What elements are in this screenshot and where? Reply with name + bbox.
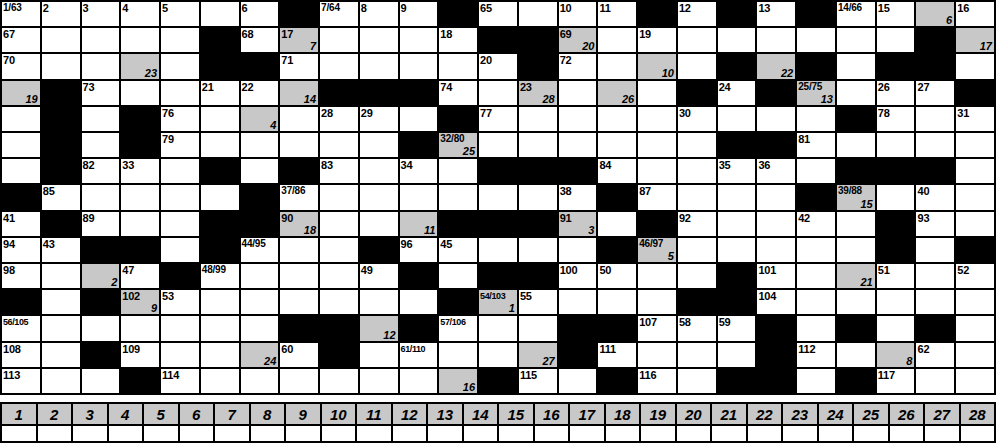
- white-cell[interactable]: 73: [82, 81, 120, 105]
- white-cell[interactable]: [320, 369, 358, 393]
- white-cell[interactable]: [598, 212, 636, 236]
- key-strip-answer-cell[interactable]: [854, 426, 888, 441]
- white-cell[interactable]: [718, 238, 756, 262]
- white-cell[interactable]: 21: [201, 81, 239, 105]
- key-strip-answer-cell[interactable]: [428, 426, 462, 441]
- white-cell[interactable]: [678, 159, 716, 183]
- white-cell[interactable]: [678, 133, 716, 157]
- white-cell[interactable]: 10: [559, 2, 597, 26]
- white-cell[interactable]: 48/99: [201, 264, 239, 288]
- white-cell[interactable]: 7/64: [320, 2, 358, 26]
- shaded-cell[interactable]: 1029: [121, 290, 159, 314]
- key-strip-answer-cell[interactable]: [890, 426, 924, 441]
- white-cell[interactable]: 115: [519, 369, 557, 393]
- white-cell[interactable]: [201, 343, 239, 367]
- white-cell[interactable]: [42, 54, 80, 78]
- white-cell[interactable]: [598, 133, 636, 157]
- white-cell[interactable]: [82, 133, 120, 157]
- white-cell[interactable]: [956, 159, 994, 183]
- white-cell[interactable]: [82, 54, 120, 78]
- white-cell[interactable]: [400, 107, 438, 131]
- white-cell[interactable]: 14/66: [837, 2, 875, 26]
- white-cell[interactable]: 81: [797, 133, 835, 157]
- white-cell[interactable]: 34: [400, 159, 438, 183]
- white-cell[interactable]: [837, 212, 875, 236]
- white-cell[interactable]: 104: [757, 290, 795, 314]
- white-cell[interactable]: [2, 159, 40, 183]
- white-cell[interactable]: [559, 369, 597, 393]
- shaded-cell[interactable]: 4: [241, 107, 279, 131]
- white-cell[interactable]: [877, 133, 915, 157]
- white-cell[interactable]: [718, 343, 756, 367]
- white-cell[interactable]: 72: [559, 54, 597, 78]
- white-cell[interactable]: [519, 133, 557, 157]
- key-strip-answer-cell[interactable]: [499, 426, 533, 441]
- white-cell[interactable]: [797, 290, 835, 314]
- white-cell[interactable]: [161, 212, 199, 236]
- white-cell[interactable]: 58: [678, 316, 716, 340]
- white-cell[interactable]: [161, 343, 199, 367]
- white-cell[interactable]: [241, 133, 279, 157]
- white-cell[interactable]: [42, 316, 80, 340]
- white-cell[interactable]: 112: [797, 343, 835, 367]
- white-cell[interactable]: 13: [757, 2, 795, 26]
- shaded-cell[interactable]: 913: [559, 212, 597, 236]
- white-cell[interactable]: 107: [638, 316, 676, 340]
- white-cell[interactable]: 9: [400, 2, 438, 26]
- white-cell[interactable]: [797, 316, 835, 340]
- white-cell[interactable]: 56/105: [2, 316, 40, 340]
- white-cell[interactable]: [757, 212, 795, 236]
- white-cell[interactable]: [360, 290, 398, 314]
- white-cell[interactable]: 20: [479, 54, 517, 78]
- white-cell[interactable]: [559, 290, 597, 314]
- key-strip-answer-cell[interactable]: [286, 426, 320, 441]
- white-cell[interactable]: 37/86: [280, 185, 318, 209]
- white-cell[interactable]: [121, 316, 159, 340]
- white-cell[interactable]: [241, 316, 279, 340]
- key-strip-answer-cell[interactable]: [144, 426, 178, 441]
- white-cell[interactable]: [201, 290, 239, 314]
- white-cell[interactable]: [797, 238, 835, 262]
- white-cell[interactable]: [519, 185, 557, 209]
- shaded-cell[interactable]: 32/8025: [439, 133, 477, 157]
- white-cell[interactable]: [280, 133, 318, 157]
- white-cell[interactable]: [201, 2, 239, 26]
- white-cell[interactable]: [201, 107, 239, 131]
- white-cell[interactable]: [479, 133, 517, 157]
- white-cell[interactable]: [837, 54, 875, 78]
- shaded-cell[interactable]: 26: [598, 81, 636, 105]
- white-cell[interactable]: [360, 212, 398, 236]
- white-cell[interactable]: [161, 159, 199, 183]
- white-cell[interactable]: [241, 159, 279, 183]
- white-cell[interactable]: [956, 316, 994, 340]
- key-strip-answer-cell[interactable]: [215, 426, 249, 441]
- shaded-cell[interactable]: 177: [280, 28, 318, 52]
- white-cell[interactable]: 96: [400, 238, 438, 262]
- white-cell[interactable]: [121, 185, 159, 209]
- white-cell[interactable]: 108: [2, 343, 40, 367]
- white-cell[interactable]: [559, 238, 597, 262]
- white-cell[interactable]: [678, 369, 716, 393]
- white-cell[interactable]: 93: [916, 212, 954, 236]
- white-cell[interactable]: [479, 185, 517, 209]
- white-cell[interactable]: 50: [598, 264, 636, 288]
- white-cell[interactable]: [559, 81, 597, 105]
- white-cell[interactable]: 70: [2, 54, 40, 78]
- key-strip-answer-cell[interactable]: [819, 426, 853, 441]
- shaded-cell[interactable]: 9018: [280, 212, 318, 236]
- key-strip-answer-cell[interactable]: [357, 426, 391, 441]
- white-cell[interactable]: [598, 54, 636, 78]
- white-cell[interactable]: [479, 81, 517, 105]
- white-cell[interactable]: 11: [598, 2, 636, 26]
- white-cell[interactable]: 62: [916, 343, 954, 367]
- white-cell[interactable]: [519, 238, 557, 262]
- white-cell[interactable]: [956, 369, 994, 393]
- white-cell[interactable]: 12: [678, 2, 716, 26]
- white-cell[interactable]: 89: [82, 212, 120, 236]
- white-cell[interactable]: 16: [956, 2, 994, 26]
- white-cell[interactable]: [837, 343, 875, 367]
- shaded-cell[interactable]: 46/975: [638, 238, 676, 262]
- white-cell[interactable]: [559, 133, 597, 157]
- white-cell[interactable]: [320, 28, 358, 52]
- white-cell[interactable]: 52: [956, 264, 994, 288]
- white-cell[interactable]: [757, 185, 795, 209]
- white-cell[interactable]: [956, 212, 994, 236]
- white-cell[interactable]: [42, 264, 80, 288]
- white-cell[interactable]: [360, 159, 398, 183]
- white-cell[interactable]: [757, 238, 795, 262]
- white-cell[interactable]: 26: [877, 81, 915, 105]
- white-cell[interactable]: [82, 185, 120, 209]
- white-cell[interactable]: [757, 28, 795, 52]
- white-cell[interactable]: [718, 185, 756, 209]
- white-cell[interactable]: [320, 212, 358, 236]
- white-cell[interactable]: 77: [479, 107, 517, 131]
- key-strip-answer-cell[interactable]: [677, 426, 711, 441]
- white-cell[interactable]: 27: [916, 81, 954, 105]
- white-cell[interactable]: 43: [42, 238, 80, 262]
- white-cell[interactable]: [400, 28, 438, 52]
- white-cell[interactable]: 59: [718, 316, 756, 340]
- shaded-cell[interactable]: 2328: [519, 81, 557, 105]
- white-cell[interactable]: [519, 316, 557, 340]
- white-cell[interactable]: 79: [161, 133, 199, 157]
- key-strip-answer-cell[interactable]: [2, 426, 36, 441]
- white-cell[interactable]: 98: [2, 264, 40, 288]
- white-cell[interactable]: [638, 81, 676, 105]
- white-cell[interactable]: 85: [42, 185, 80, 209]
- white-cell[interactable]: 84: [598, 159, 636, 183]
- white-cell[interactable]: 36: [757, 159, 795, 183]
- white-cell[interactable]: [678, 238, 716, 262]
- white-cell[interactable]: 29: [360, 107, 398, 131]
- white-cell[interactable]: [82, 107, 120, 131]
- white-cell[interactable]: [201, 133, 239, 157]
- white-cell[interactable]: 67: [2, 28, 40, 52]
- white-cell[interactable]: [598, 107, 636, 131]
- key-strip-answer-cell[interactable]: [712, 426, 746, 441]
- white-cell[interactable]: [916, 133, 954, 157]
- white-cell[interactable]: [161, 54, 199, 78]
- white-cell[interactable]: 28: [320, 107, 358, 131]
- white-cell[interactable]: 55: [519, 290, 557, 314]
- key-strip-answer-cell[interactable]: [783, 426, 817, 441]
- key-strip-answer-cell[interactable]: [322, 426, 356, 441]
- shaded-cell[interactable]: 6: [916, 2, 954, 26]
- white-cell[interactable]: [797, 28, 835, 52]
- shaded-cell[interactable]: 14: [280, 81, 318, 105]
- white-cell[interactable]: [956, 290, 994, 314]
- key-strip-answer-cell[interactable]: [464, 426, 498, 441]
- white-cell[interactable]: [837, 290, 875, 314]
- white-cell[interactable]: 92: [678, 212, 716, 236]
- white-cell[interactable]: [678, 185, 716, 209]
- white-cell[interactable]: [280, 264, 318, 288]
- white-cell[interactable]: 94: [2, 238, 40, 262]
- white-cell[interactable]: 1/63: [2, 2, 40, 26]
- white-cell[interactable]: [201, 369, 239, 393]
- white-cell[interactable]: [638, 290, 676, 314]
- white-cell[interactable]: [400, 185, 438, 209]
- white-cell[interactable]: 15: [877, 2, 915, 26]
- white-cell[interactable]: 117: [877, 369, 915, 393]
- shaded-cell[interactable]: 27: [519, 343, 557, 367]
- white-cell[interactable]: [121, 81, 159, 105]
- white-cell[interactable]: [320, 185, 358, 209]
- white-cell[interactable]: [161, 28, 199, 52]
- white-cell[interactable]: [42, 290, 80, 314]
- white-cell[interactable]: 65: [479, 2, 517, 26]
- white-cell[interactable]: [877, 28, 915, 52]
- white-cell[interactable]: 22: [241, 81, 279, 105]
- white-cell[interactable]: 5: [161, 2, 199, 26]
- white-cell[interactable]: [360, 369, 398, 393]
- white-cell[interactable]: [956, 133, 994, 157]
- white-cell[interactable]: [320, 264, 358, 288]
- white-cell[interactable]: [2, 107, 40, 131]
- white-cell[interactable]: 114: [161, 369, 199, 393]
- white-cell[interactable]: [916, 238, 954, 262]
- white-cell[interactable]: [916, 369, 954, 393]
- key-strip-answer-cell[interactable]: [180, 426, 214, 441]
- white-cell[interactable]: 82: [82, 159, 120, 183]
- key-strip-answer-cell[interactable]: [606, 426, 640, 441]
- white-cell[interactable]: 100: [559, 264, 597, 288]
- white-cell[interactable]: 8: [360, 2, 398, 26]
- white-cell[interactable]: [161, 238, 199, 262]
- white-cell[interactable]: 60: [280, 343, 318, 367]
- key-strip-answer-cell[interactable]: [748, 426, 782, 441]
- white-cell[interactable]: [400, 290, 438, 314]
- white-cell[interactable]: [42, 369, 80, 393]
- white-cell[interactable]: [320, 290, 358, 314]
- key-strip-answer-cell[interactable]: [38, 426, 72, 441]
- white-cell[interactable]: 4: [121, 2, 159, 26]
- shaded-cell[interactable]: 25/7513: [797, 81, 835, 105]
- shaded-cell[interactable]: 16: [439, 369, 477, 393]
- white-cell[interactable]: [797, 159, 835, 183]
- white-cell[interactable]: [320, 238, 358, 262]
- white-cell[interactable]: 35: [718, 159, 756, 183]
- white-cell[interactable]: [400, 369, 438, 393]
- white-cell[interactable]: 57/106: [439, 316, 477, 340]
- shaded-cell[interactable]: 2: [82, 264, 120, 288]
- white-cell[interactable]: [439, 159, 477, 183]
- white-cell[interactable]: 44/95: [241, 238, 279, 262]
- white-cell[interactable]: 109: [121, 343, 159, 367]
- white-cell[interactable]: [121, 212, 159, 236]
- white-cell[interactable]: [320, 133, 358, 157]
- white-cell[interactable]: 116: [638, 369, 676, 393]
- white-cell[interactable]: 76: [161, 107, 199, 131]
- white-cell[interactable]: [161, 185, 199, 209]
- white-cell[interactable]: [956, 185, 994, 209]
- shaded-cell[interactable]: 23: [121, 54, 159, 78]
- white-cell[interactable]: 71: [280, 54, 318, 78]
- white-cell[interactable]: [519, 2, 557, 26]
- key-strip-answer-cell[interactable]: [961, 426, 995, 441]
- white-cell[interactable]: 47: [121, 264, 159, 288]
- white-cell[interactable]: [2, 133, 40, 157]
- white-cell[interactable]: [439, 54, 477, 78]
- white-cell[interactable]: 78: [877, 107, 915, 131]
- white-cell[interactable]: 83: [320, 159, 358, 183]
- white-cell[interactable]: [638, 343, 676, 367]
- white-cell[interactable]: [718, 28, 756, 52]
- white-cell[interactable]: [280, 238, 318, 262]
- white-cell[interactable]: [479, 316, 517, 340]
- white-cell[interactable]: 49: [360, 264, 398, 288]
- white-cell[interactable]: [519, 107, 557, 131]
- white-cell[interactable]: [559, 107, 597, 131]
- white-cell[interactable]: [757, 107, 795, 131]
- shaded-cell[interactable]: 10: [638, 54, 676, 78]
- white-cell[interactable]: [598, 290, 636, 314]
- white-cell[interactable]: [797, 107, 835, 131]
- white-cell[interactable]: [598, 28, 636, 52]
- white-cell[interactable]: 41: [2, 212, 40, 236]
- white-cell[interactable]: 3: [82, 2, 120, 26]
- white-cell[interactable]: 30: [678, 107, 716, 131]
- shaded-cell[interactable]: 17: [956, 28, 994, 52]
- white-cell[interactable]: 40: [916, 185, 954, 209]
- white-cell[interactable]: [718, 212, 756, 236]
- white-cell[interactable]: [678, 54, 716, 78]
- white-cell[interactable]: 61/110: [400, 343, 438, 367]
- white-cell[interactable]: [439, 343, 477, 367]
- key-strip-answer-cell[interactable]: [925, 426, 959, 441]
- white-cell[interactable]: [916, 290, 954, 314]
- white-cell[interactable]: 111: [598, 343, 636, 367]
- white-cell[interactable]: [360, 343, 398, 367]
- white-cell[interactable]: [837, 28, 875, 52]
- white-cell[interactable]: [241, 290, 279, 314]
- key-strip-answer-cell[interactable]: [641, 426, 675, 441]
- white-cell[interactable]: [82, 316, 120, 340]
- white-cell[interactable]: 74: [439, 81, 477, 105]
- white-cell[interactable]: 101: [757, 264, 795, 288]
- white-cell[interactable]: [638, 133, 676, 157]
- white-cell[interactable]: [638, 107, 676, 131]
- white-cell[interactable]: 45: [439, 238, 477, 262]
- white-cell[interactable]: [916, 264, 954, 288]
- white-cell[interactable]: [82, 369, 120, 393]
- white-cell[interactable]: [797, 369, 835, 393]
- white-cell[interactable]: [360, 28, 398, 52]
- white-cell[interactable]: [42, 28, 80, 52]
- white-cell[interactable]: [837, 81, 875, 105]
- white-cell[interactable]: [161, 81, 199, 105]
- white-cell[interactable]: [82, 28, 120, 52]
- white-cell[interactable]: [121, 28, 159, 52]
- white-cell[interactable]: [280, 107, 318, 131]
- shaded-cell[interactable]: 8: [877, 343, 915, 367]
- white-cell[interactable]: [280, 369, 318, 393]
- white-cell[interactable]: [320, 54, 358, 78]
- white-cell[interactable]: 18: [439, 28, 477, 52]
- white-cell[interactable]: 24: [718, 81, 756, 105]
- white-cell[interactable]: [877, 185, 915, 209]
- white-cell[interactable]: 33: [121, 159, 159, 183]
- shaded-cell[interactable]: 24: [241, 343, 279, 367]
- shaded-cell[interactable]: 39/8815: [837, 185, 875, 209]
- white-cell[interactable]: 51: [877, 264, 915, 288]
- white-cell[interactable]: [42, 343, 80, 367]
- key-strip-answer-cell[interactable]: [251, 426, 285, 441]
- white-cell[interactable]: 6: [241, 2, 279, 26]
- white-cell[interactable]: [479, 238, 517, 262]
- white-cell[interactable]: [201, 316, 239, 340]
- white-cell[interactable]: [280, 290, 318, 314]
- white-cell[interactable]: [718, 107, 756, 131]
- white-cell[interactable]: [360, 133, 398, 157]
- white-cell[interactable]: [201, 185, 239, 209]
- white-cell[interactable]: [439, 264, 477, 288]
- white-cell[interactable]: 87: [638, 185, 676, 209]
- white-cell[interactable]: [837, 238, 875, 262]
- white-cell[interactable]: [479, 343, 517, 367]
- key-strip-answer-cell[interactable]: [73, 426, 107, 441]
- white-cell[interactable]: [678, 28, 716, 52]
- white-cell[interactable]: 31: [956, 107, 994, 131]
- white-cell[interactable]: [360, 54, 398, 78]
- key-strip-answer-cell[interactable]: [109, 426, 143, 441]
- white-cell[interactable]: 113: [2, 369, 40, 393]
- white-cell[interactable]: [877, 316, 915, 340]
- white-cell[interactable]: 2: [42, 2, 80, 26]
- white-cell[interactable]: [161, 316, 199, 340]
- shaded-cell[interactable]: 6920: [559, 28, 597, 52]
- white-cell[interactable]: [360, 185, 398, 209]
- white-cell[interactable]: [956, 343, 994, 367]
- white-cell[interactable]: [916, 107, 954, 131]
- white-cell[interactable]: [241, 369, 279, 393]
- white-cell[interactable]: 42: [797, 212, 835, 236]
- white-cell[interactable]: [837, 133, 875, 157]
- white-cell[interactable]: [638, 159, 676, 183]
- shaded-cell[interactable]: 22: [757, 54, 795, 78]
- shaded-cell[interactable]: 19: [2, 81, 40, 105]
- white-cell[interactable]: [638, 264, 676, 288]
- shaded-cell[interactable]: 12: [360, 316, 398, 340]
- white-cell[interactable]: [678, 264, 716, 288]
- white-cell[interactable]: 68: [241, 28, 279, 52]
- shaded-cell[interactable]: 21: [837, 264, 875, 288]
